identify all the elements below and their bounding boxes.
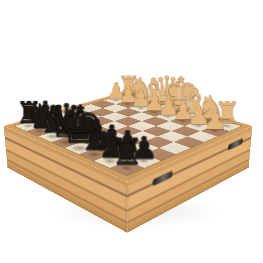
hinge-icon <box>152 171 171 185</box>
hinge-icon <box>228 138 243 149</box>
chess-piece-glyph: ♜ <box>110 133 143 170</box>
scene: ♜♞♝♛♚♝♞♜♟♟♟♟♟♟♟♟♟♟♟♟♟♟♟♟♜♞♝♛♚♝♞♜ <box>0 0 263 263</box>
chess-piece-glyph: ♟ <box>203 106 227 133</box>
chess-box: ♜♞♝♛♚♝♞♜♟♟♟♟♟♟♟♟♟♟♟♟♟♟♟♟♜♞♝♛♚♝♞♜ <box>3 90 252 181</box>
chess-set-photo: ♜♞♝♛♚♝♞♜♟♟♟♟♟♟♟♟♟♟♟♟♟♟♟♟♜♞♝♛♚♝♞♜ <box>0 0 263 263</box>
